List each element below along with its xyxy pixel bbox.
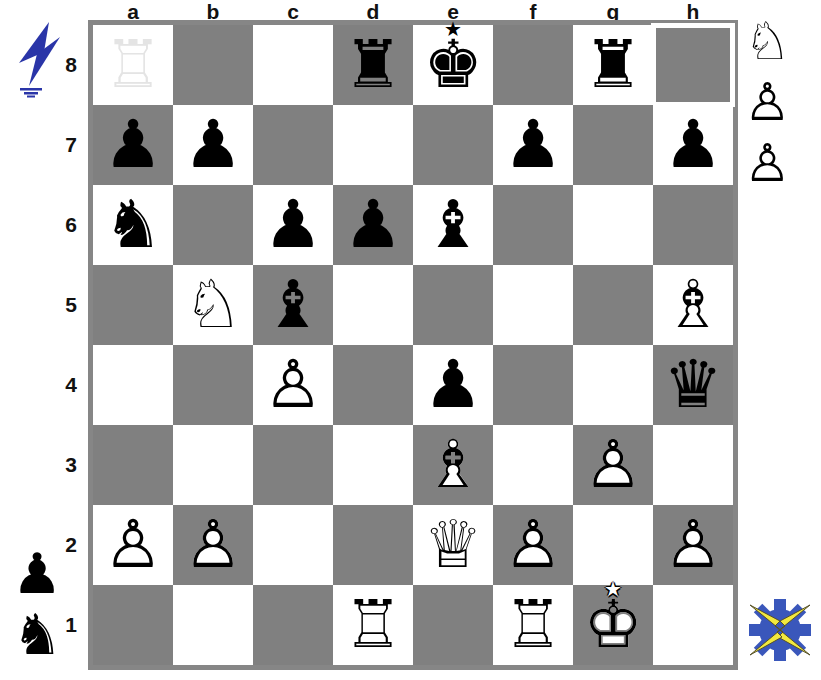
square-f7[interactable]: ♟	[493, 105, 573, 185]
square-f3[interactable]	[493, 425, 573, 505]
square-d7[interactable]	[333, 105, 413, 185]
square-g2[interactable]	[573, 505, 653, 585]
piece-black-pawn[interactable]: ♟	[496, 108, 570, 182]
square-a3[interactable]	[93, 425, 173, 505]
square-e8[interactable]: ♚★	[413, 25, 493, 105]
captured-black-pawn: ♟	[12, 544, 62, 603]
piece-black-bishop[interactable]: ♝	[416, 188, 490, 262]
piece-white-pawn[interactable]: ♟♙	[96, 508, 170, 582]
square-a8[interactable]: ♖	[93, 25, 173, 105]
square-b5[interactable]: ♞♘	[173, 265, 253, 345]
captured-white-pawn: ♙	[744, 136, 791, 191]
square-f4[interactable]	[493, 345, 573, 425]
square-g8[interactable]: ♜	[573, 25, 653, 105]
piece-white-pawn[interactable]: ♟♙	[496, 508, 570, 582]
piece-white-rook[interactable]: ♖	[96, 28, 170, 102]
rank-label-5: 5	[56, 265, 86, 345]
piece-white-rook[interactable]: ♜♖	[336, 588, 410, 662]
square-h4[interactable]: ♛	[653, 345, 733, 425]
square-b6[interactable]	[173, 185, 253, 265]
piece-white-pawn[interactable]: ♟♙	[256, 348, 330, 422]
square-c2[interactable]	[253, 505, 333, 585]
square-c5[interactable]: ♝	[253, 265, 333, 345]
piece-black-king[interactable]: ♚★	[416, 28, 490, 102]
rank-label-7: 7	[56, 105, 86, 185]
square-e3[interactable]: ♝♗	[413, 425, 493, 505]
chess-diagram: abcdefgh 87654321 ♖♜♚★♜♟♟♟♟♞♟♟♝♞♘♝♝♗♟♙♟♛…	[0, 0, 821, 680]
square-c3[interactable]	[253, 425, 333, 505]
square-h3[interactable]	[653, 425, 733, 505]
square-f1[interactable]: ♜♖	[493, 585, 573, 665]
square-f2[interactable]: ♟♙	[493, 505, 573, 585]
square-a7[interactable]: ♟	[93, 105, 173, 185]
square-c7[interactable]	[253, 105, 333, 185]
square-a1[interactable]	[93, 585, 173, 665]
captured-black-knight: ♞	[12, 605, 62, 664]
piece-black-rook[interactable]: ♜	[336, 28, 410, 102]
square-g7[interactable]	[573, 105, 653, 185]
square-d6[interactable]: ♟	[333, 185, 413, 265]
piece-black-pawn[interactable]: ♟	[336, 188, 410, 262]
piece-white-queen[interactable]: ♛♕	[416, 508, 490, 582]
square-b2[interactable]: ♟♙	[173, 505, 253, 585]
square-d3[interactable]	[333, 425, 413, 505]
gear-crossed-bolts-icon	[747, 592, 813, 666]
square-h2[interactable]: ♟♙	[653, 505, 733, 585]
square-e4[interactable]: ♟	[413, 345, 493, 425]
square-g3[interactable]: ♟♙	[573, 425, 653, 505]
king-star-decoration: ★	[604, 579, 622, 599]
square-g5[interactable]	[573, 265, 653, 345]
rank-label-8: 8	[56, 25, 86, 105]
square-f6[interactable]	[493, 185, 573, 265]
square-e5[interactable]	[413, 265, 493, 345]
piece-white-knight[interactable]: ♞♘	[176, 268, 250, 342]
square-c1[interactable]	[253, 585, 333, 665]
piece-black-knight[interactable]: ♞	[96, 188, 170, 262]
rank-label-6: 6	[56, 185, 86, 265]
square-a4[interactable]	[93, 345, 173, 425]
square-h5[interactable]: ♝♗	[653, 265, 733, 345]
piece-white-bishop[interactable]: ♝♗	[416, 428, 490, 502]
square-d2[interactable]	[333, 505, 413, 585]
piece-black-pawn[interactable]: ♟	[416, 348, 490, 422]
square-c4[interactable]: ♟♙	[253, 345, 333, 425]
square-g1[interactable]: ♚♔★	[573, 585, 653, 665]
square-h7[interactable]: ♟	[653, 105, 733, 185]
square-b1[interactable]	[173, 585, 253, 665]
gear-lightning-logo	[747, 592, 813, 670]
square-g6[interactable]	[573, 185, 653, 265]
chess-board: ♖♜♚★♜♟♟♟♟♞♟♟♝♞♘♝♝♗♟♙♟♛♝♗♟♙♟♙♟♙♛♕♟♙♟♙♜♖♜♖…	[88, 20, 738, 670]
square-b8[interactable]	[173, 25, 253, 105]
piece-white-pawn[interactable]: ♟♙	[656, 508, 730, 582]
square-c6[interactable]: ♟	[253, 185, 333, 265]
piece-white-pawn[interactable]: ♟♙	[576, 428, 650, 502]
piece-white-king[interactable]: ♚♔★	[576, 588, 650, 662]
square-g4[interactable]	[573, 345, 653, 425]
piece-black-pawn[interactable]: ♟	[256, 188, 330, 262]
square-d1[interactable]: ♜♖	[333, 585, 413, 665]
square-h6[interactable]	[653, 185, 733, 265]
file-labels: abcdefgh	[93, 0, 733, 22]
piece-black-queen[interactable]: ♛	[656, 348, 730, 422]
captured-black-tray: ♟♞	[12, 544, 62, 665]
piece-white-pawn[interactable]: ♟♙	[176, 508, 250, 582]
piece-black-pawn[interactable]: ♟	[96, 108, 170, 182]
captured-white-tray: ♘♙♙	[744, 14, 791, 191]
piece-white-bishop[interactable]: ♝♗	[656, 268, 730, 342]
captured-white-knight: ♘	[744, 14, 791, 69]
square-b7[interactable]: ♟	[173, 105, 253, 185]
rank-label-4: 4	[56, 345, 86, 425]
square-a5[interactable]	[93, 265, 173, 345]
square-d5[interactable]	[333, 265, 413, 345]
square-h8[interactable]	[653, 25, 733, 105]
square-b3[interactable]	[173, 425, 253, 505]
piece-black-pawn[interactable]: ♟	[656, 108, 730, 182]
king-star-decoration: ★	[444, 19, 462, 39]
square-e2[interactable]: ♛♕	[413, 505, 493, 585]
rank-label-3: 3	[56, 425, 86, 505]
square-f5[interactable]	[493, 265, 573, 345]
square-f8[interactable]	[493, 25, 573, 105]
piece-white-rook[interactable]: ♜♖	[496, 588, 570, 662]
square-e7[interactable]	[413, 105, 493, 185]
square-e1[interactable]	[413, 585, 493, 665]
square-e6[interactable]: ♝	[413, 185, 493, 265]
square-a6[interactable]: ♞	[93, 185, 173, 265]
square-d4[interactable]	[333, 345, 413, 425]
piece-black-pawn[interactable]: ♟	[176, 108, 250, 182]
square-d8[interactable]: ♜	[333, 25, 413, 105]
square-a2[interactable]: ♟♙	[93, 505, 173, 585]
captured-white-pawn: ♙	[744, 75, 791, 130]
piece-black-rook[interactable]: ♜	[576, 28, 650, 102]
square-b4[interactable]	[173, 345, 253, 425]
square-c8[interactable]	[253, 25, 333, 105]
piece-black-bishop[interactable]: ♝	[256, 268, 330, 342]
square-h1[interactable]	[653, 585, 733, 665]
